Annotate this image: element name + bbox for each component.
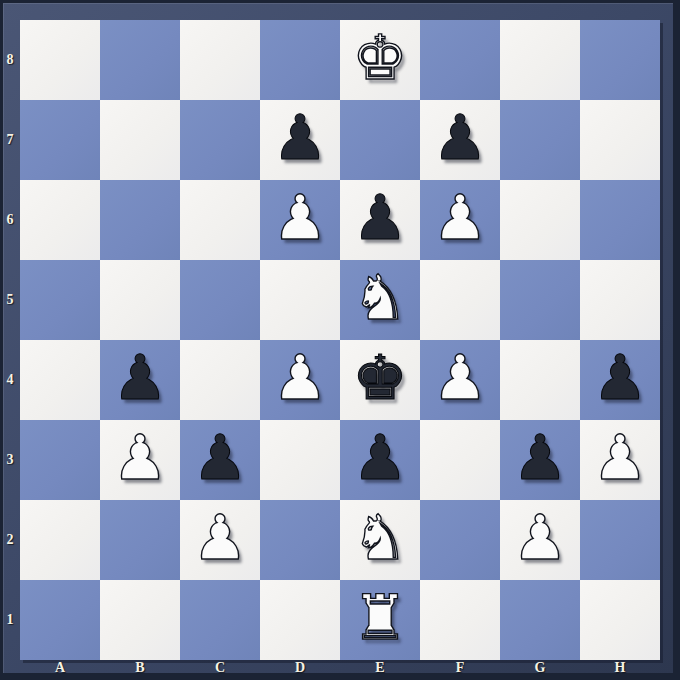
square-b2[interactable]	[100, 500, 180, 580]
file-label-h: H	[580, 659, 660, 676]
file-label-b: B	[100, 659, 180, 676]
square-b4[interactable]: ♟	[100, 340, 180, 420]
square-g1[interactable]	[500, 580, 580, 660]
square-c4[interactable]	[180, 340, 260, 420]
black-pawn: ♟	[512, 418, 568, 498]
square-c5[interactable]	[180, 260, 260, 340]
white-pawn: ♟	[112, 418, 168, 498]
square-h8[interactable]	[580, 20, 660, 100]
chess-board: ♚♟♟♟♟♟♞♟♟♚♟♟♟♟♟♟♟♟♞♟♜	[20, 20, 660, 660]
square-a3[interactable]	[20, 420, 100, 500]
white-knight: ♞	[352, 498, 408, 578]
black-king: ♚	[352, 338, 408, 418]
white-pawn: ♟	[512, 498, 568, 578]
black-pawn: ♟	[352, 418, 408, 498]
black-pawn: ♟	[272, 98, 328, 178]
white-pawn: ♟	[592, 418, 648, 498]
square-g3[interactable]: ♟	[500, 420, 580, 500]
square-d8[interactable]	[260, 20, 340, 100]
square-f2[interactable]	[420, 500, 500, 580]
white-pawn: ♟	[432, 178, 488, 258]
square-a7[interactable]	[20, 100, 100, 180]
rank-label-2: 2	[1, 500, 19, 580]
white-rook: ♜	[352, 578, 408, 658]
file-label-e: E	[340, 659, 420, 676]
square-g4[interactable]	[500, 340, 580, 420]
square-a4[interactable]	[20, 340, 100, 420]
file-label-a: A	[20, 659, 100, 676]
square-c2[interactable]: ♟	[180, 500, 260, 580]
chess-diagram: ♚♟♟♟♟♟♞♟♟♚♟♟♟♟♟♟♟♟♞♟♜ 87654321 ABCDEFGH	[0, 0, 680, 680]
rank-label-7: 7	[1, 100, 19, 180]
square-f1[interactable]	[420, 580, 500, 660]
square-b3[interactable]: ♟	[100, 420, 180, 500]
square-a1[interactable]	[20, 580, 100, 660]
square-g7[interactable]	[500, 100, 580, 180]
white-pawn: ♟	[272, 178, 328, 258]
square-b6[interactable]	[100, 180, 180, 260]
white-pawn: ♟	[192, 498, 248, 578]
black-pawn: ♟	[352, 178, 408, 258]
square-a5[interactable]	[20, 260, 100, 340]
black-pawn: ♟	[592, 338, 648, 418]
square-d5[interactable]	[260, 260, 340, 340]
square-e1[interactable]: ♜	[340, 580, 420, 660]
square-b7[interactable]	[100, 100, 180, 180]
square-b5[interactable]	[100, 260, 180, 340]
square-b1[interactable]	[100, 580, 180, 660]
square-g5[interactable]	[500, 260, 580, 340]
square-e3[interactable]: ♟	[340, 420, 420, 500]
white-pawn: ♟	[432, 338, 488, 418]
square-f7[interactable]: ♟	[420, 100, 500, 180]
square-e6[interactable]: ♟	[340, 180, 420, 260]
square-g6[interactable]	[500, 180, 580, 260]
square-d7[interactable]: ♟	[260, 100, 340, 180]
square-h5[interactable]	[580, 260, 660, 340]
file-label-c: C	[180, 659, 260, 676]
rank-label-1: 1	[1, 580, 19, 660]
file-label-g: G	[500, 659, 580, 676]
square-f8[interactable]	[420, 20, 500, 100]
square-f6[interactable]: ♟	[420, 180, 500, 260]
square-h3[interactable]: ♟	[580, 420, 660, 500]
square-d2[interactable]	[260, 500, 340, 580]
square-c6[interactable]	[180, 180, 260, 260]
square-f5[interactable]	[420, 260, 500, 340]
black-pawn: ♟	[192, 418, 248, 498]
square-e5[interactable]: ♞	[340, 260, 420, 340]
square-d4[interactable]: ♟	[260, 340, 340, 420]
square-f3[interactable]	[420, 420, 500, 500]
square-e8[interactable]: ♚	[340, 20, 420, 100]
square-c1[interactable]	[180, 580, 260, 660]
square-a6[interactable]	[20, 180, 100, 260]
file-label-d: D	[260, 659, 340, 676]
square-c3[interactable]: ♟	[180, 420, 260, 500]
square-d1[interactable]	[260, 580, 340, 660]
square-b8[interactable]	[100, 20, 180, 100]
square-d6[interactable]: ♟	[260, 180, 340, 260]
white-pawn: ♟	[272, 338, 328, 418]
square-h4[interactable]: ♟	[580, 340, 660, 420]
square-e7[interactable]	[340, 100, 420, 180]
black-pawn: ♟	[112, 338, 168, 418]
square-c7[interactable]	[180, 100, 260, 180]
square-h1[interactable]	[580, 580, 660, 660]
white-king: ♚	[352, 18, 408, 98]
rank-label-6: 6	[1, 180, 19, 260]
square-g8[interactable]	[500, 20, 580, 100]
square-d3[interactable]	[260, 420, 340, 500]
square-c8[interactable]	[180, 20, 260, 100]
rank-label-5: 5	[1, 260, 19, 340]
square-h6[interactable]	[580, 180, 660, 260]
square-a2[interactable]	[20, 500, 100, 580]
square-e2[interactable]: ♞	[340, 500, 420, 580]
square-h2[interactable]	[580, 500, 660, 580]
square-f4[interactable]: ♟	[420, 340, 500, 420]
square-g2[interactable]: ♟	[500, 500, 580, 580]
rank-label-8: 8	[1, 20, 19, 100]
black-pawn: ♟	[432, 98, 488, 178]
rank-label-4: 4	[1, 340, 19, 420]
file-label-f: F	[420, 659, 500, 676]
white-knight: ♞	[352, 258, 408, 338]
square-h7[interactable]	[580, 100, 660, 180]
rank-label-3: 3	[1, 420, 19, 500]
square-e4[interactable]: ♚	[340, 340, 420, 420]
square-a8[interactable]	[20, 20, 100, 100]
